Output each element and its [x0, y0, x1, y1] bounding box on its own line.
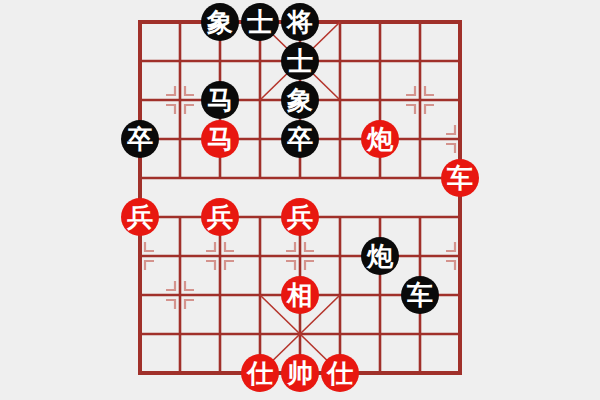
piece-black-cannon[interactable]: 炮: [361, 237, 399, 275]
piece-red-advisor-left[interactable]: 仕: [241, 354, 279, 392]
piece-black-elephant-left[interactable]: 象: [201, 3, 239, 41]
piece-red-advisor-right[interactable]: 仕: [321, 354, 359, 392]
piece-black-chariot[interactable]: 车: [401, 276, 439, 314]
piece-red-soldier-c[interactable]: 兵: [201, 198, 239, 236]
piece-black-advisor-right[interactable]: 士: [281, 42, 319, 80]
piece-red-cannon[interactable]: 炮: [361, 120, 399, 158]
xiangqi-board: 象士将士马象卒卒马炮车兵兵兵炮相车仕帅仕: [120, 3, 480, 393]
piece-black-elephant-right[interactable]: 象: [281, 81, 319, 119]
piece-black-horse[interactable]: 马: [201, 81, 239, 119]
piece-black-soldier-a[interactable]: 卒: [121, 120, 159, 158]
xiangqi-app: 象士将士马象卒卒马炮车兵兵兵炮相车仕帅仕: [0, 0, 600, 400]
piece-red-soldier-e[interactable]: 兵: [281, 198, 319, 236]
piece-red-horse[interactable]: 马: [201, 120, 239, 158]
piece-red-general[interactable]: 帅: [281, 354, 319, 392]
piece-red-chariot[interactable]: 车: [441, 159, 479, 197]
piece-black-advisor-left[interactable]: 士: [241, 3, 279, 41]
piece-red-elephant[interactable]: 相: [281, 276, 319, 314]
piece-black-soldier-e[interactable]: 卒: [281, 120, 319, 158]
piece-black-general[interactable]: 将: [281, 3, 319, 41]
piece-red-soldier-a[interactable]: 兵: [121, 198, 159, 236]
